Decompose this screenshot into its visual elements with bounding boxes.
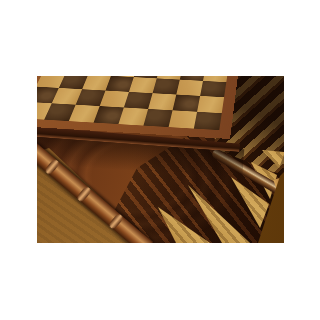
chess-square <box>169 110 198 128</box>
bamboo-node-ring <box>108 213 124 230</box>
chess-square <box>197 96 224 113</box>
page-background: { "game": "chess and backgammon - antiqu… <box>0 0 320 320</box>
chess-square <box>200 81 226 97</box>
chess-square <box>176 80 203 96</box>
games-board-photo <box>37 76 284 243</box>
chess-square <box>194 112 222 130</box>
chess-square <box>173 95 201 112</box>
bamboo-node-ring <box>76 185 92 202</box>
bamboo-node-ring <box>44 158 60 175</box>
chessboard-grid <box>37 76 236 130</box>
